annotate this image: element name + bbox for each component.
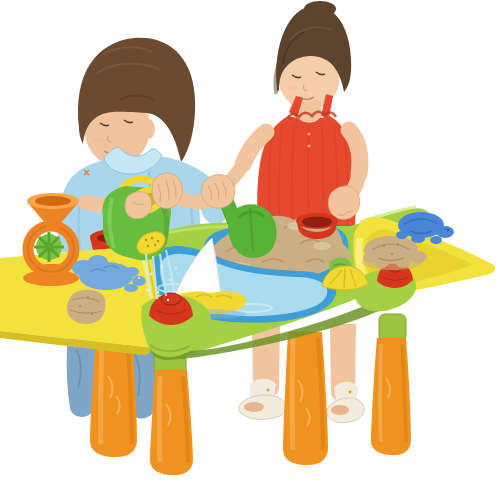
product-photo	[0, 0, 500, 485]
left-sandal	[239, 379, 287, 420]
sand-water-table-photo	[0, 0, 500, 485]
boy-left-hand	[125, 192, 152, 219]
girl-hair-bun	[304, 1, 336, 17]
sand-block	[67, 290, 106, 324]
girl-left-hand	[328, 186, 359, 219]
girl	[221, 1, 360, 234]
boy-right-hand	[152, 173, 182, 209]
